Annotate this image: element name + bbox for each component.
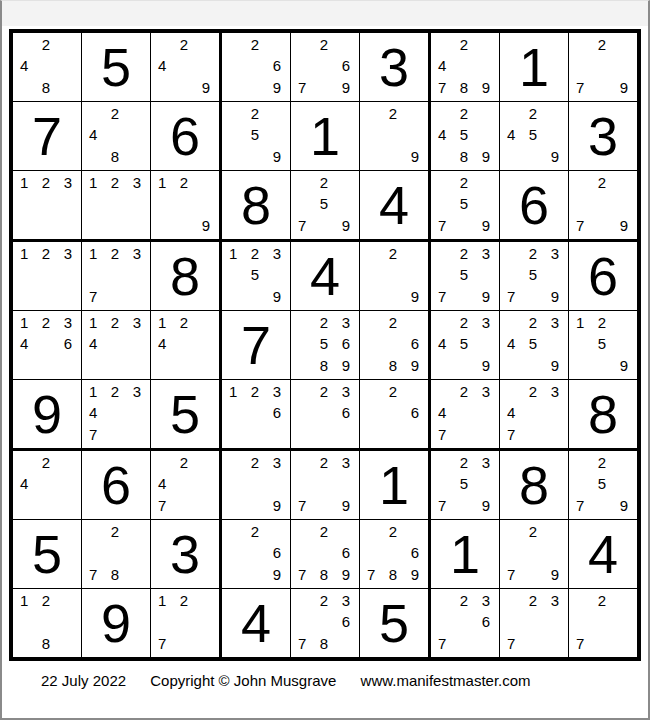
pencil-mark: 7 [89,423,106,442]
pencil-mark: 5 [315,194,332,213]
cell-r1c4[interactable]: 269 [222,33,291,102]
cell-r8c3[interactable]: 3 [151,520,222,589]
cell-r1c9[interactable]: 279 [569,33,637,102]
pencil-mark: 7 [298,76,315,95]
pencil-mark: 5 [524,265,541,284]
pencil-marks: 247 [151,451,219,519]
pencil-mark: 8 [37,632,54,651]
pencil-mark: 2 [246,106,263,125]
cell-value: 5 [379,596,409,650]
pencil-marks: 269 [222,33,290,101]
cell-r2c6[interactable]: 29 [360,102,431,171]
pencil-mark: 2 [384,315,401,334]
pencil-mark: 3 [473,246,490,265]
pencil-mark: 9 [333,494,350,513]
pencil-marks: 29 [360,102,428,170]
cell-r2c9[interactable]: 3 [569,102,637,171]
cell-r6c2[interactable]: 12347 [82,380,151,451]
pencil-mark: 5 [455,474,472,493]
cell-r4c2[interactable]: 1237 [82,242,151,311]
pencil-mark: 1 [89,246,106,265]
cell-r9c9[interactable]: 27 [569,589,637,657]
pencil-mark: 1 [20,593,37,612]
pencil-mark: 9 [193,214,210,233]
pencil-marks: 1236 [222,380,290,448]
pencil-mark: 2 [524,524,541,543]
pencil-mark: 9 [402,145,419,164]
pencil-mark: 2 [315,455,332,474]
pencil-mark: 2 [593,37,610,56]
pencil-mark: 2 [593,315,610,334]
pencil-mark: 1 [20,315,37,334]
cell-r6c6[interactable]: 26 [360,380,431,451]
pencil-mark: 7 [438,285,455,304]
cell-r2c8[interactable]: 2459 [500,102,569,171]
pencil-mark: 2 [524,246,541,265]
cell-r5c4[interactable]: 7 [222,311,291,380]
pencil-marks: 24 [13,451,81,519]
pencil-mark: 2 [315,593,332,612]
pencil-mark: 2 [315,384,332,403]
pencil-mark: 8 [37,76,54,95]
cell-r2c5[interactable]: 1 [291,102,360,171]
pencil-mark: 2 [106,315,123,334]
pencil-mark: 3 [124,384,141,403]
pencil-mark: 1 [89,315,106,334]
cell-r4c7[interactable]: 23579 [431,242,500,311]
pencil-marks: 237 [500,589,568,657]
pencil-mark: 2 [524,384,541,403]
cell-r6c3[interactable]: 5 [151,380,222,451]
pencil-mark: 3 [542,384,559,403]
pencil-mark: 4 [507,334,524,353]
pencil-mark: 8 [384,563,401,582]
pencil-mark: 3 [124,315,141,334]
pencil-marks: 26 [360,380,428,448]
cell-r7c3[interactable]: 247 [151,451,222,520]
pencil-mark: 7 [507,632,524,651]
pencil-marks: 236 [291,380,359,448]
pencil-marks: 124 [151,311,219,379]
footer: 22 July 2022 Copyright © John Musgrave w… [41,672,531,689]
pencil-mark: 4 [158,334,175,353]
pencil-marks: 23459 [431,311,499,379]
cell-value: 5 [101,40,131,94]
pencil-marks: 2367 [431,589,499,657]
cell-r1c8[interactable]: 1 [500,33,569,102]
cell-r5c5[interactable]: 235689 [291,311,360,380]
pencil-mark: 9 [402,563,419,582]
cell-r2c1[interactable]: 7 [13,102,82,171]
cell-r7c8[interactable]: 8 [500,451,569,520]
cell-value: 4 [588,527,618,581]
pencil-mark: 2 [37,593,54,612]
pencil-mark: 3 [55,246,72,265]
cell-r4c8[interactable]: 23579 [500,242,569,311]
pencil-mark: 7 [576,632,593,651]
pencil-marks: 23459 [500,311,568,379]
pencil-mark: 2 [37,37,54,56]
pencil-marks: 2579 [431,171,499,239]
cell-r8c6[interactable]: 26789 [360,520,431,589]
pencil-mark: 2 [524,593,541,612]
pencil-marks: 249 [151,33,219,101]
cell-value: 6 [170,109,200,163]
pencil-marks: 23579 [500,242,568,310]
pencil-mark: 2 [175,175,192,194]
cell-r9c5[interactable]: 23678 [291,589,360,657]
pencil-mark: 2 [106,175,123,194]
pencil-mark: 2 [246,455,263,474]
cell-r9c3[interactable]: 127 [151,589,222,657]
pencil-mark: 7 [298,214,315,233]
pencil-mark: 9 [473,76,490,95]
cell-value: 7 [32,109,62,163]
pencil-mark: 2 [455,175,472,194]
cell-r7c6[interactable]: 1 [360,451,431,520]
pencil-mark: 7 [158,632,175,651]
cell-r8c7[interactable]: 1 [431,520,500,589]
pencil-mark: 4 [89,403,106,422]
pencil-marks: 2347 [500,380,568,448]
pencil-mark: 2 [37,175,54,194]
pencil-mark: 3 [55,175,72,194]
pencil-mark: 3 [542,315,559,334]
pencil-mark: 5 [246,125,263,144]
pencil-marks: 2459 [500,102,568,170]
cell-r6c9[interactable]: 8 [569,380,637,451]
cell-r9c8[interactable]: 237 [500,589,569,657]
cell-r7c9[interactable]: 2579 [569,451,637,520]
pencil-mark: 8 [384,354,401,373]
cell-r9c7[interactable]: 2367 [431,589,500,657]
pencil-mark: 2 [246,524,263,543]
pencil-mark: 6 [333,56,350,75]
pencil-mark: 7 [438,494,455,513]
pencil-mark: 3 [333,455,350,474]
pencil-mark: 5 [455,194,472,213]
cell-value: 6 [588,249,618,303]
pencil-mark: 6 [264,403,281,422]
pencil-mark: 7 [89,285,106,304]
pencil-mark: 9 [611,354,628,373]
pencil-mark: 6 [333,543,350,562]
pencil-mark: 7 [438,632,455,651]
pencil-mark: 4 [158,474,175,493]
cell-r3c5[interactable]: 2579 [291,171,360,242]
pencil-mark: 9 [333,214,350,233]
sudoku-board: 2485249269267932478912797248625912924589… [9,29,641,661]
cell-value: 1 [379,458,409,512]
pencil-marks: 2689 [360,311,428,379]
cell-r5c3[interactable]: 124 [151,311,222,380]
pencil-marks: 2379 [291,451,359,519]
pencil-mark: 5 [455,125,472,144]
pencil-mark: 7 [298,563,315,582]
cell-value: 6 [101,458,131,512]
pencil-mark: 5 [455,265,472,284]
pencil-marks: 128 [13,589,81,657]
pencil-mark: 8 [106,563,123,582]
pencil-mark: 1 [20,246,37,265]
pencil-mark: 2 [455,246,472,265]
cell-r4c1[interactable]: 123 [13,242,82,311]
cell-r5c8[interactable]: 23459 [500,311,569,380]
pencil-mark: 4 [438,403,455,422]
cell-r5c2[interactable]: 1234 [82,311,151,380]
pencil-mark: 7 [89,563,106,582]
pencil-mark: 7 [298,632,315,651]
cell-r8c1[interactable]: 5 [13,520,82,589]
cell-r4c3[interactable]: 8 [151,242,222,311]
footer-copyright: Copyright © John Musgrave [150,672,336,689]
cell-r7c7[interactable]: 23579 [431,451,500,520]
pencil-mark: 9 [542,145,559,164]
cell-r3c3[interactable]: 129 [151,171,222,242]
cell-value: 8 [588,387,618,441]
pencil-mark: 2 [524,315,541,334]
pencil-mark: 3 [333,315,350,334]
cell-r3c4[interactable]: 8 [222,171,291,242]
cell-r7c1[interactable]: 24 [13,451,82,520]
pencil-mark: 6 [55,334,72,353]
cell-r1c5[interactable]: 2679 [291,33,360,102]
pencil-mark: 1 [20,175,37,194]
footer-date: 22 July 2022 [41,672,126,689]
pencil-mark: 2 [106,524,123,543]
cell-r9c2[interactable]: 9 [82,589,151,657]
cell-r8c9[interactable]: 4 [569,520,637,589]
pencil-mark: 2 [593,455,610,474]
cell-r8c5[interactable]: 26789 [291,520,360,589]
pencil-mark: 7 [158,494,175,513]
cell-r4c9[interactable]: 6 [569,242,637,311]
cell-value: 4 [379,178,409,232]
pencil-marks: 248 [13,33,81,101]
pencil-mark: 8 [315,354,332,373]
pencil-mark: 2 [455,315,472,334]
cell-r7c2[interactable]: 6 [82,451,151,520]
pencil-mark: 2 [246,246,263,265]
cell-value: 1 [450,527,480,581]
cell-value: 8 [519,458,549,512]
pencil-mark: 8 [106,145,123,164]
pencil-mark: 6 [402,334,419,353]
pencil-mark: 5 [315,334,332,353]
pencil-mark: 6 [402,543,419,562]
pencil-marks: 123 [82,171,150,239]
cell-value: 3 [170,527,200,581]
pencil-marks: 248 [82,102,150,170]
cell-r6c7[interactable]: 2347 [431,380,500,451]
pencil-mark: 8 [315,563,332,582]
pencil-mark: 4 [20,334,37,353]
pencil-mark: 2 [315,315,332,334]
pencil-mark: 7 [298,494,315,513]
cell-r3c8[interactable]: 6 [500,171,569,242]
pencil-mark: 2 [175,455,192,474]
cell-r1c2[interactable]: 5 [82,33,151,102]
pencil-marks: 259 [222,102,290,170]
pencil-marks: 278 [82,520,150,588]
pencil-mark: 9 [542,285,559,304]
pencil-mark: 6 [264,543,281,562]
cell-r1c7[interactable]: 24789 [431,33,500,102]
cell-r5c1[interactable]: 12346 [13,311,82,380]
cell-r3c1[interactable]: 123 [13,171,82,242]
pencil-mark: 7 [507,563,524,582]
pencil-marks: 1259 [569,311,637,379]
pencil-mark: 2 [315,37,332,56]
pencil-mark: 2 [246,384,263,403]
pencil-mark: 9 [473,214,490,233]
cell-value: 4 [241,596,271,650]
pencil-mark: 7 [576,494,593,513]
pencil-marks: 12346 [13,311,81,379]
cell-r4c5[interactable]: 4 [291,242,360,311]
cell-r2c2[interactable]: 248 [82,102,151,171]
pencil-marks: 26789 [291,520,359,588]
pencil-mark: 3 [473,593,490,612]
pencil-marks: 123 [13,242,81,310]
cell-r4c4[interactable]: 12359 [222,242,291,311]
pencil-mark: 4 [89,334,106,353]
cell-value: 4 [310,249,340,303]
pencil-mark: 9 [473,285,490,304]
pencil-marks: 23678 [291,589,359,657]
cell-r3c9[interactable]: 279 [569,171,637,242]
pencil-mark: 3 [473,315,490,334]
cell-r2c3[interactable]: 6 [151,102,222,171]
pencil-mark: 6 [473,612,490,631]
pencil-marks: 2347 [431,380,499,448]
pencil-mark: 1 [158,315,175,334]
cell-value: 1 [519,40,549,94]
pencil-mark: 1 [158,175,175,194]
cell-r5c7[interactable]: 23459 [431,311,500,380]
cell-r9c4[interactable]: 4 [222,589,291,657]
pencil-marks: 12359 [222,242,290,310]
pencil-mark: 9 [264,145,281,164]
pencil-mark: 9 [264,494,281,513]
pencil-mark: 2 [175,315,192,334]
cell-r3c7[interactable]: 2579 [431,171,500,242]
pencil-marks: 2579 [569,451,637,519]
pencil-mark: 9 [473,145,490,164]
pencil-mark: 2 [106,384,123,403]
pencil-mark: 1 [229,246,246,265]
pencil-mark: 9 [193,76,210,95]
pencil-mark: 3 [124,175,141,194]
pencil-marks: 279 [569,171,637,239]
cell-r1c3[interactable]: 249 [151,33,222,102]
pencil-marks: 2679 [291,33,359,101]
pencil-mark: 2 [37,455,54,474]
cell-r9c6[interactable]: 5 [360,589,431,657]
pencil-mark: 6 [333,334,350,353]
cell-value: 5 [170,387,200,441]
pencil-mark: 2 [593,175,610,194]
cell-r8c4[interactable]: 269 [222,520,291,589]
pencil-mark: 9 [264,285,281,304]
pencil-marks: 26789 [360,520,428,588]
pencil-mark: 9 [542,354,559,373]
pencil-mark: 2 [106,246,123,265]
cell-r5c9[interactable]: 1259 [569,311,637,380]
cell-r5c6[interactable]: 2689 [360,311,431,380]
pencil-mark: 5 [524,125,541,144]
pencil-mark: 3 [264,384,281,403]
pencil-mark: 9 [542,563,559,582]
pencil-mark: 2 [593,593,610,612]
cell-r3c6[interactable]: 4 [360,171,431,242]
cell-value: 3 [588,109,618,163]
pencil-marks: 1237 [82,242,150,310]
cell-r1c1[interactable]: 248 [13,33,82,102]
pencil-mark: 7 [576,214,593,233]
cell-r6c8[interactable]: 2347 [500,380,569,451]
cell-r6c5[interactable]: 236 [291,380,360,451]
cell-r8c2[interactable]: 278 [82,520,151,589]
pencil-mark: 3 [124,246,141,265]
pencil-mark: 3 [473,384,490,403]
pencil-mark: 7 [576,76,593,95]
pencil-mark: 2 [455,106,472,125]
pencil-mark: 9 [473,494,490,513]
pencil-mark: 4 [20,56,37,75]
pencil-mark: 2 [175,37,192,56]
cell-value: 8 [241,178,271,232]
pencil-mark: 2 [37,315,54,334]
pencil-marks: 23579 [431,451,499,519]
pencil-mark: 2 [37,246,54,265]
pencil-mark: 3 [333,384,350,403]
pencil-marks: 27 [569,589,637,657]
cell-r2c4[interactable]: 259 [222,102,291,171]
pencil-mark: 2 [524,106,541,125]
cell-r3c2[interactable]: 123 [82,171,151,242]
pencil-mark: 6 [402,403,419,422]
pencil-mark: 6 [333,612,350,631]
pencil-mark: 6 [264,56,281,75]
cell-r6c4[interactable]: 1236 [222,380,291,451]
pencil-mark: 3 [542,593,559,612]
cell-r7c4[interactable]: 239 [222,451,291,520]
pencil-mark: 7 [438,76,455,95]
pencil-mark: 9 [611,494,628,513]
pencil-marks: 279 [569,33,637,101]
cell-r9c1[interactable]: 128 [13,589,82,657]
pencil-mark: 3 [264,455,281,474]
footer-website-link[interactable]: www.manifestmaster.com [361,672,531,689]
cell-value: 5 [32,527,62,581]
pencil-mark: 3 [333,593,350,612]
cell-r8c8[interactable]: 279 [500,520,569,589]
cell-r6c1[interactable]: 9 [13,380,82,451]
pencil-mark: 1 [576,315,593,334]
cell-r1c6[interactable]: 3 [360,33,431,102]
pencil-mark: 8 [455,76,472,95]
cell-r7c5[interactable]: 2379 [291,451,360,520]
pencil-mark: 4 [20,474,37,493]
cell-r4c6[interactable]: 29 [360,242,431,311]
cell-r2c7[interactable]: 24589 [431,102,500,171]
pencil-mark: 7 [438,423,455,442]
pencil-mark: 1 [229,384,246,403]
pencil-marks: 279 [500,520,568,588]
pencil-marks: 127 [151,589,219,657]
pencil-mark: 5 [455,334,472,353]
